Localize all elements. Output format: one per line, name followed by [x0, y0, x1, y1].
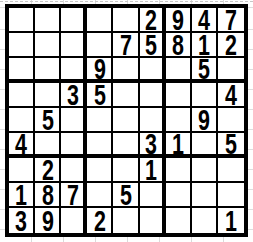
cell-r7c5[interactable]: [113, 158, 139, 183]
given-digit: 2: [93, 208, 106, 233]
cell-r3c7[interactable]: [166, 58, 192, 83]
cell-r4c4[interactable]: 5: [87, 83, 113, 108]
cell-r1c6[interactable]: 2: [140, 8, 166, 33]
sudoku-board: 294775812953545943152118753921: [5, 4, 248, 237]
cell-r4c6[interactable]: [140, 83, 166, 108]
cell-r8c9[interactable]: [218, 183, 244, 208]
cell-r9c2[interactable]: 9: [35, 208, 61, 233]
cell-r5c7[interactable]: [166, 108, 192, 133]
cell-r1c3[interactable]: [61, 8, 87, 33]
cell-r2c5[interactable]: 7: [113, 33, 139, 58]
cell-r8c7[interactable]: [166, 183, 192, 208]
cell-r9c4[interactable]: 2: [87, 208, 113, 233]
cell-r4c3[interactable]: 3: [61, 83, 87, 108]
cell-r7c7[interactable]: [166, 158, 192, 183]
cell-r9c5[interactable]: [113, 208, 139, 233]
cell-r7c6[interactable]: 1: [140, 158, 166, 183]
cell-r6c4[interactable]: [87, 133, 113, 158]
cell-r1c5[interactable]: [113, 8, 139, 33]
given-digit: 4: [197, 8, 210, 33]
cell-r7c1[interactable]: [9, 158, 35, 183]
cell-r5c1[interactable]: [9, 108, 35, 133]
cell-r5c5[interactable]: [113, 108, 139, 133]
given-digit: 4: [225, 83, 238, 108]
cell-r7c3[interactable]: [61, 158, 87, 183]
cell-r4c5[interactable]: [113, 83, 139, 108]
cell-r3c6[interactable]: [140, 58, 166, 83]
cell-r3c9[interactable]: [218, 58, 244, 83]
cell-r3c5[interactable]: [113, 58, 139, 83]
cell-r9c3[interactable]: [61, 208, 87, 233]
cell-r1c2[interactable]: [35, 8, 61, 33]
cell-r6c8[interactable]: [192, 133, 218, 158]
cell-r8c2[interactable]: 8: [35, 183, 61, 208]
cell-r4c2[interactable]: [35, 83, 61, 108]
cell-r7c8[interactable]: [192, 158, 218, 183]
given-digit: 5: [41, 108, 54, 133]
cell-r7c2[interactable]: 2: [35, 158, 61, 183]
given-digit: 5: [225, 133, 238, 158]
given-digit: 5: [119, 183, 132, 208]
cell-r5c9[interactable]: [218, 108, 244, 133]
cell-r6c9[interactable]: 5: [218, 133, 244, 158]
cell-r5c6[interactable]: [140, 108, 166, 133]
given-digit: 9: [197, 108, 210, 133]
given-digit: 3: [66, 83, 79, 108]
cell-r6c5[interactable]: [113, 133, 139, 158]
cell-r5c3[interactable]: [61, 108, 87, 133]
cell-r3c1[interactable]: [9, 58, 35, 83]
given-digit: 4: [15, 133, 28, 158]
cell-r9c8[interactable]: [192, 208, 218, 233]
given-digit: 9: [93, 58, 106, 83]
cell-r8c5[interactable]: 5: [113, 183, 139, 208]
cell-r9c7[interactable]: [166, 208, 192, 233]
cell-r1c4[interactable]: [87, 8, 113, 33]
cell-r2c2[interactable]: [35, 33, 61, 58]
cell-r2c7[interactable]: 8: [166, 33, 192, 58]
given-digit: 2: [225, 33, 238, 58]
given-digit: 5: [93, 83, 106, 108]
cell-r1c8[interactable]: 4: [192, 8, 218, 33]
cell-r8c4[interactable]: [87, 183, 113, 208]
cell-r1c9[interactable]: 7: [218, 8, 244, 33]
given-digit: 9: [41, 208, 54, 233]
given-digit: 8: [171, 33, 184, 58]
cell-r2c1[interactable]: [9, 33, 35, 58]
given-digit: 5: [144, 33, 157, 58]
cell-r9c9[interactable]: 1: [218, 208, 244, 233]
cell-r7c9[interactable]: [218, 158, 244, 183]
cell-r7c4[interactable]: [87, 158, 113, 183]
given-digit: 7: [119, 33, 132, 58]
cell-r8c8[interactable]: [192, 183, 218, 208]
given-digit: 1: [171, 133, 184, 158]
cell-r5c4[interactable]: [87, 108, 113, 133]
cell-r3c8[interactable]: 5: [192, 58, 218, 83]
given-digit: 2: [144, 8, 157, 33]
cell-r4c1[interactable]: [9, 83, 35, 108]
given-digit: 1: [197, 33, 210, 58]
cell-r8c6[interactable]: [140, 183, 166, 208]
given-digit: 7: [225, 8, 238, 33]
cell-r1c7[interactable]: 9: [166, 8, 192, 33]
given-digit: 3: [15, 208, 28, 233]
cell-r4c9[interactable]: 4: [218, 83, 244, 108]
given-digit: 3: [144, 133, 157, 158]
cell-r2c8[interactable]: 1: [192, 33, 218, 58]
cell-r6c6[interactable]: 3: [140, 133, 166, 158]
cell-r6c7[interactable]: 1: [166, 133, 192, 158]
given-digit: 1: [144, 158, 157, 183]
cell-r5c8[interactable]: 9: [192, 108, 218, 133]
given-digit: 1: [225, 208, 238, 233]
given-digit: 7: [66, 183, 79, 208]
given-digit: 5: [197, 58, 210, 83]
given-digit: 8: [41, 183, 54, 208]
cell-r6c1[interactable]: 4: [9, 133, 35, 158]
dashed-page-break-line: [0, 1, 253, 2]
cell-r2c9[interactable]: 2: [218, 33, 244, 58]
cell-r5c2[interactable]: 5: [35, 108, 61, 133]
given-digit: 1: [15, 183, 28, 208]
given-digit: 9: [171, 8, 184, 33]
cell-r2c3[interactable]: [61, 33, 87, 58]
cell-r9c1[interactable]: 3: [9, 208, 35, 233]
cell-r4c7[interactable]: [166, 83, 192, 108]
cell-r8c1[interactable]: 1: [9, 183, 35, 208]
cell-r6c3[interactable]: [61, 133, 87, 158]
cell-r9c6[interactable]: [140, 208, 166, 233]
cell-r3c4[interactable]: 9: [87, 58, 113, 83]
cell-r2c6[interactable]: 5: [140, 33, 166, 58]
cell-r6c2[interactable]: [35, 133, 61, 158]
cell-r3c2[interactable]: [35, 58, 61, 83]
cell-r1c1[interactable]: [9, 8, 35, 33]
cell-r4c8[interactable]: [192, 83, 218, 108]
cell-r3c3[interactable]: [61, 58, 87, 83]
cell-r8c3[interactable]: 7: [61, 183, 87, 208]
cell-r2c4[interactable]: [87, 33, 113, 58]
given-digit: 2: [41, 158, 54, 183]
